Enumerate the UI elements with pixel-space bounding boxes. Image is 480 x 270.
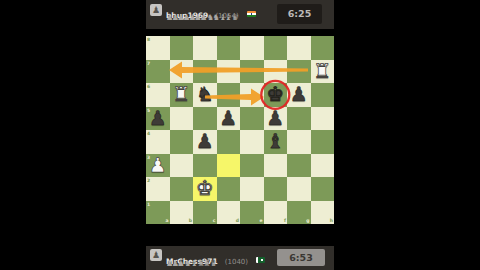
file-label-g: g — [306, 218, 309, 223]
file-label-h: h — [330, 218, 333, 223]
bottom-player-clock: 6:53 — [277, 249, 325, 266]
square-a7[interactable]: 7 — [146, 60, 170, 84]
square-f2[interactable] — [264, 177, 288, 201]
rank-label-7: 7 — [147, 61, 150, 66]
square-f4[interactable]: ♝ — [264, 130, 288, 154]
square-b2[interactable] — [170, 177, 194, 201]
piece-white-rook-b6[interactable]: ♜ — [170, 83, 194, 107]
square-e8[interactable] — [240, 36, 264, 60]
rank-label-1: 1 — [147, 202, 150, 207]
rank-label-6: 6 — [147, 84, 150, 89]
piece-black-king-f6[interactable]: ♚ — [264, 83, 288, 107]
file-label-a: a — [165, 218, 168, 223]
square-a4[interactable]: 4 — [146, 130, 170, 154]
top-player-bar: ♟ bhup1969 (1054) ♟♟♟♟♟♟♟ ♞♞ ♝♝ ♛ 6:25 — [146, 0, 334, 29]
square-b5[interactable] — [170, 107, 194, 131]
square-a8[interactable]: 8 — [146, 36, 170, 60]
file-label-c: c — [213, 218, 216, 223]
square-e6[interactable] — [240, 83, 264, 107]
square-d2[interactable] — [217, 177, 241, 201]
square-g5[interactable] — [287, 107, 311, 131]
square-c1[interactable]: c — [193, 201, 217, 225]
square-f1[interactable]: f — [264, 201, 288, 225]
bottom-captured-pieces: ♟♟♟ ♞ ♝ ♜♜ ♛ — [166, 259, 216, 268]
file-label-f: f — [284, 218, 286, 223]
square-b8[interactable] — [170, 36, 194, 60]
square-e5[interactable] — [240, 107, 264, 131]
piece-white-king-c2[interactable]: ♚ — [193, 177, 217, 201]
chess-board-container: 87♜6♜♞♚♟5♟♟♟4♟♝3♟2♚1abcdefgh — [146, 36, 334, 224]
square-e1[interactable]: e — [240, 201, 264, 225]
square-d4[interactable] — [217, 130, 241, 154]
pakistan-flag-icon — [256, 257, 265, 263]
square-e4[interactable] — [240, 130, 264, 154]
piece-black-pawn-f5[interactable]: ♟ — [264, 107, 288, 131]
square-h1[interactable]: h — [311, 201, 335, 225]
square-h8[interactable] — [311, 36, 335, 60]
square-c5[interactable] — [193, 107, 217, 131]
square-g8[interactable] — [287, 36, 311, 60]
square-h7[interactable]: ♜ — [311, 60, 335, 84]
chess-board[interactable]: 87♜6♜♞♚♟5♟♟♟4♟♝3♟2♚1abcdefgh — [146, 36, 334, 224]
square-d8[interactable] — [217, 36, 241, 60]
square-g4[interactable] — [287, 130, 311, 154]
square-a2[interactable]: 2 — [146, 177, 170, 201]
square-d7[interactable] — [217, 60, 241, 84]
square-e3[interactable] — [240, 154, 264, 178]
square-a3[interactable]: 3♟ — [146, 154, 170, 178]
file-label-e: e — [259, 218, 262, 223]
square-d6[interactable] — [217, 83, 241, 107]
piece-black-pawn-g6[interactable]: ♟ — [287, 83, 311, 107]
rank-label-4: 4 — [147, 131, 150, 136]
square-c2[interactable]: ♚ — [193, 177, 217, 201]
file-label-b: b — [189, 218, 192, 223]
rank-label-2: 2 — [147, 178, 150, 183]
india-flag-icon — [247, 11, 256, 17]
square-b6[interactable]: ♜ — [170, 83, 194, 107]
square-e7[interactable] — [240, 60, 264, 84]
square-c4[interactable]: ♟ — [193, 130, 217, 154]
square-f5[interactable]: ♟ — [264, 107, 288, 131]
square-d5[interactable]: ♟ — [217, 107, 241, 131]
square-f3[interactable] — [264, 154, 288, 178]
square-h6[interactable] — [311, 83, 335, 107]
top-player-avatar[interactable]: ♟ — [150, 4, 162, 16]
rank-label-8: 8 — [147, 37, 150, 42]
square-h5[interactable] — [311, 107, 335, 131]
square-f7[interactable] — [264, 60, 288, 84]
square-g6[interactable]: ♟ — [287, 83, 311, 107]
square-b7[interactable] — [170, 60, 194, 84]
piece-black-knight-c6[interactable]: ♞ — [193, 83, 217, 107]
square-c6[interactable]: ♞ — [193, 83, 217, 107]
piece-white-rook-h7[interactable]: ♜ — [311, 60, 335, 84]
piece-black-pawn-d5[interactable]: ♟ — [217, 107, 241, 131]
square-f6[interactable]: ♚ — [264, 83, 288, 107]
piece-black-pawn-c4[interactable]: ♟ — [193, 130, 217, 154]
square-a6[interactable]: 6 — [146, 83, 170, 107]
square-a5[interactable]: 5♟ — [146, 107, 170, 131]
square-f8[interactable] — [264, 36, 288, 60]
square-d1[interactable]: d — [217, 201, 241, 225]
square-g1[interactable]: g — [287, 201, 311, 225]
bottom-player-avatar[interactable]: ♟ — [150, 249, 162, 261]
square-e2[interactable] — [240, 177, 264, 201]
piece-white-pawn-a3[interactable]: ♟ — [146, 154, 170, 178]
square-g2[interactable] — [287, 177, 311, 201]
square-b4[interactable] — [170, 130, 194, 154]
file-label-d: d — [236, 218, 239, 223]
square-g7[interactable] — [287, 60, 311, 84]
square-g3[interactable] — [287, 154, 311, 178]
square-b3[interactable] — [170, 154, 194, 178]
square-h3[interactable] — [311, 154, 335, 178]
piece-black-pawn-a5[interactable]: ♟ — [146, 107, 170, 131]
square-h4[interactable] — [311, 130, 335, 154]
square-c3[interactable] — [193, 154, 217, 178]
piece-black-bishop-f4[interactable]: ♝ — [264, 130, 288, 154]
square-a1[interactable]: 1a — [146, 201, 170, 225]
square-c8[interactable] — [193, 36, 217, 60]
square-c7[interactable] — [193, 60, 217, 84]
app-stage: ♟ bhup1969 (1054) ♟♟♟♟♟♟♟ ♞♞ ♝♝ ♛ 6:25 8… — [0, 0, 480, 270]
top-player-clock: 6:25 — [277, 4, 322, 24]
square-h2[interactable] — [311, 177, 335, 201]
square-d3[interactable] — [217, 154, 241, 178]
square-b1[interactable]: b — [170, 201, 194, 225]
bottom-player-rating: (1040) — [225, 258, 248, 266]
bottom-player-bar: ♟ MrChess971 (1040) ♟♟♟ ♞ ♝ ♜♜ ♛ 6:53 — [146, 246, 334, 270]
top-captured-pieces: ♟♟♟♟♟♟♟ ♞♞ ♝♝ ♛ — [166, 13, 237, 22]
